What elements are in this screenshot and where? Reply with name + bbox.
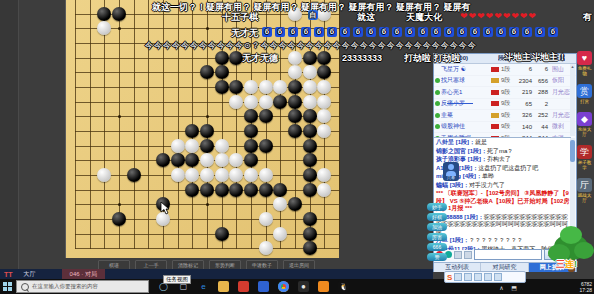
sogou-input-toolbar[interactable]: S xyxy=(444,271,526,283)
grid-line-v xyxy=(280,0,281,249)
white-stone-15-18[interactable] xyxy=(273,227,287,241)
black-stone-11-18[interactable] xyxy=(215,227,229,241)
grid-line-v xyxy=(148,0,149,249)
danmaku-text: 23333333 xyxy=(342,53,382,63)
blue-emote-icon: б xyxy=(457,27,467,37)
watch-only-button[interactable]: 只看 xyxy=(443,162,459,181)
white-stone-13-14[interactable] xyxy=(244,168,258,182)
chat-message: *** 〔联赛冠军〕-【102号房间】 ③凤凰静静了【9段】 VS ⑤狆乙老狼A… xyxy=(436,190,570,213)
black-stone-17-19[interactable] xyxy=(303,241,317,255)
black-stone-17-14[interactable] xyxy=(303,168,317,182)
app-dark-icon[interactable]: ● xyxy=(298,281,309,292)
font-icon[interactable] xyxy=(464,251,472,259)
black-stone-15-9[interactable] xyxy=(273,95,287,109)
white-stone-11-13[interactable] xyxy=(215,153,229,167)
grid-line-v xyxy=(75,0,76,249)
app-blue-icon[interactable] xyxy=(258,281,269,292)
grid-line-h xyxy=(75,43,339,44)
black-stone-16-9[interactable] xyxy=(288,95,302,109)
user-list-header: 用户名(200) 段位 胜 负 所属 xyxy=(434,54,576,64)
black-stone-13-15[interactable] xyxy=(244,183,258,197)
col-club: 所属 xyxy=(553,54,565,63)
chat-message: 蝙蝠 [3段]：对手没力气了 xyxy=(436,182,570,190)
black-stone-17-13[interactable] xyxy=(303,153,317,167)
white-stone-11-12[interactable] xyxy=(215,139,229,153)
chat-input[interactable] xyxy=(474,249,542,260)
danmaku-text: 天魔大化 xyxy=(406,11,442,24)
grid-line-v xyxy=(134,0,135,249)
white-stone-3-4[interactable] xyxy=(97,21,111,35)
star-point xyxy=(294,27,297,30)
white-stone-14-8[interactable] xyxy=(259,80,273,94)
screen: 就这一切？！疑屏有用？ 疑屏有用？ 疑屏有用？ 疑屏有用？ 疑屏有用？ 疑屏有十… xyxy=(0,0,594,294)
blue-emote-icon: б xyxy=(496,27,506,37)
hearts-danmaku: ❤❤❤❤❤❤❤❤❤ xyxy=(460,11,537,21)
black-stone-12-15[interactable] xyxy=(229,183,243,197)
chat-message: 锦影之国官 [1段]：死了ma？ xyxy=(436,148,570,156)
blue-emote-icon: б xyxy=(353,27,363,37)
blue-emote-icon: б xyxy=(522,27,532,37)
grid-line-v xyxy=(339,0,340,249)
qq-icon[interactable]: 🐧 xyxy=(338,281,349,292)
star-point xyxy=(118,27,121,30)
white-stone-16-7[interactable] xyxy=(288,65,302,79)
tray-time: 17:28 xyxy=(579,287,592,293)
black-stone-16-16[interactable] xyxy=(288,197,302,211)
tree-overlay xyxy=(546,220,594,280)
grid-line-v xyxy=(222,0,223,249)
task-view-tooltip: 任务视图 xyxy=(163,275,191,284)
tab-session[interactable]: 046 · 对局 xyxy=(62,269,105,279)
black-stone-17-10[interactable] xyxy=(303,109,317,123)
black-stone-16-11[interactable] xyxy=(288,124,302,138)
danmaku-text: 有 xyxy=(583,11,592,24)
white-stone-12-9[interactable] xyxy=(229,95,243,109)
danmaku-text: 就这 xyxy=(357,11,375,24)
edge-icon[interactable]: e xyxy=(198,281,209,292)
chrome-icon[interactable] xyxy=(278,281,289,292)
search-icon xyxy=(21,283,29,291)
blue-emote-icon: б xyxy=(470,27,480,37)
white-stone-8-14[interactable] xyxy=(171,168,185,182)
white-stone-9-12[interactable] xyxy=(185,139,199,153)
black-stone-15-15[interactable] xyxy=(273,183,287,197)
white-stone-15-16[interactable] xyxy=(273,197,287,211)
col-lose: 负 xyxy=(532,54,548,63)
tray-icons[interactable]: ∧ ⬒ xyxy=(499,284,520,291)
black-stone-11-7[interactable] xyxy=(215,65,229,79)
black-stone-10-15[interactable] xyxy=(200,183,214,197)
grid-line-v xyxy=(178,0,179,249)
tt-logo: TT xyxy=(4,271,13,278)
black-stone-17-11[interactable] xyxy=(303,124,317,138)
white-stone-18-8[interactable] xyxy=(317,80,331,94)
black-stone-13-12[interactable] xyxy=(244,139,258,153)
black-stone-17-15[interactable] xyxy=(303,183,317,197)
tab-hall[interactable]: 大厅 xyxy=(16,269,44,279)
col-username: 用户名(200) xyxy=(434,54,498,63)
black-stone-17-17[interactable] xyxy=(303,212,317,226)
white-stone-10-14[interactable] xyxy=(200,168,214,182)
black-stone-4-17[interactable] xyxy=(112,212,126,226)
white-stone-17-7[interactable] xyxy=(303,65,317,79)
white-stone-11-14[interactable] xyxy=(215,168,229,182)
blue-emote-icon: б xyxy=(392,27,402,37)
quick-pill[interactable]: 好棋 xyxy=(427,213,447,221)
white-stone-13-8[interactable] xyxy=(244,80,258,94)
star-point xyxy=(118,203,121,206)
quick-pill[interactable]: 妙手 xyxy=(427,203,447,211)
black-stone-18-7[interactable] xyxy=(317,65,331,79)
grid-line-v xyxy=(90,0,91,249)
blue-emote-icon: б xyxy=(483,27,493,37)
user-list: 飞星万 ☯1段66围山找只塞球9段2304656仮阳养心亮19段219288月光… xyxy=(434,64,576,145)
white-stone-16-6[interactable] xyxy=(288,51,302,65)
sidebar-弟子教学[interactable]: 学弟子教学 xyxy=(576,145,593,170)
black-stone-12-8[interactable] xyxy=(229,80,243,94)
sogou-icon: S xyxy=(447,273,452,282)
black-stone-17-18[interactable] xyxy=(303,227,317,241)
white-stone-18-3[interactable] xyxy=(317,7,331,21)
black-stone-18-6[interactable] xyxy=(317,51,331,65)
user-row[interactable]: 养心亮19段219288月光恋 xyxy=(434,87,576,99)
white-stone-14-19[interactable] xyxy=(259,241,273,255)
white-stone-14-9[interactable] xyxy=(259,95,273,109)
black-stone-9-11[interactable] xyxy=(185,124,199,138)
user-row[interactable]: 反痛小罗9段652落霞孤鹜 xyxy=(434,99,576,111)
start-button[interactable] xyxy=(0,279,15,294)
white-stone-10-13[interactable] xyxy=(200,153,214,167)
star-point xyxy=(206,115,209,118)
black-stone-10-11[interactable] xyxy=(200,124,214,138)
blue-emote-icon: б xyxy=(509,27,519,37)
white-stone-18-15[interactable] xyxy=(317,183,331,197)
search-placeholder: 在这里输入你要搜索的内容 xyxy=(32,283,98,290)
black-stone-12-6[interactable] xyxy=(229,51,243,65)
blue-emote-icon: б xyxy=(405,27,415,37)
sidebar-打赏[interactable]: 赏打赏 xyxy=(576,84,593,104)
black-stone-11-6[interactable] xyxy=(215,51,229,65)
taskbar-search[interactable]: 在这里输入你要搜索的内容 xyxy=(16,280,149,293)
go-board-window[interactable] xyxy=(65,0,339,258)
clock[interactable]: 6782 17:28 xyxy=(579,281,592,293)
black-stone-10-7[interactable] xyxy=(200,65,214,79)
black-stone-17-12[interactable] xyxy=(303,139,317,153)
app-orange-icon[interactable] xyxy=(318,281,329,292)
user-row[interactable]: 找只塞球9段2304656仮阳 xyxy=(434,76,576,88)
black-stone-13-13[interactable] xyxy=(244,153,258,167)
folder-icon[interactable] xyxy=(218,281,229,292)
white-stone-13-9[interactable] xyxy=(244,95,258,109)
blue-emote-icon: б xyxy=(431,27,441,37)
star-point xyxy=(206,27,209,30)
blue-emote-icon: б xyxy=(418,27,428,37)
grid-line-v xyxy=(104,0,105,249)
black-stone-7-13[interactable] xyxy=(156,153,170,167)
sidebar-icon: ♥ xyxy=(577,51,592,65)
white-stone-14-14[interactable] xyxy=(259,168,273,182)
col-dan: 段位 xyxy=(498,54,514,63)
blue-emote-icon: б xyxy=(444,27,454,37)
white-stone-12-13[interactable] xyxy=(229,153,243,167)
sidebar-icon: 厅 xyxy=(577,178,592,192)
white-stone-8-12[interactable] xyxy=(171,139,185,153)
white-stone-17-9[interactable] xyxy=(303,95,317,109)
sound-icon[interactable] xyxy=(454,251,462,259)
white-stone-12-14[interactable] xyxy=(229,168,243,182)
grid-line-h xyxy=(75,234,339,235)
user-row[interactable]: 韭菜9段326252月光恋 xyxy=(434,110,576,122)
black-stone-16-8[interactable] xyxy=(288,80,302,94)
person-icon xyxy=(448,164,454,170)
black-stone-16-10[interactable] xyxy=(288,109,302,123)
user-row[interactable]: 飞星万 ☯1段66围山 xyxy=(434,64,576,76)
tt-client-bar: TT 大厅 046 · 对局 xyxy=(0,269,433,279)
black-stone-3-3[interactable] xyxy=(97,7,111,21)
blue-emote-icon: б xyxy=(366,27,376,37)
black-stone-9-13[interactable] xyxy=(185,153,199,167)
quick-pill[interactable]: 厉害 xyxy=(427,233,447,241)
app-red-icon[interactable] xyxy=(238,281,249,292)
sidebar-充值大厅[interactable]: ◆充值大厅 xyxy=(576,112,593,137)
black-stone-10-12[interactable] xyxy=(200,139,214,153)
sidebar-观战大厅[interactable]: 厅观战大厅 xyxy=(576,178,593,203)
white-stone-18-9[interactable] xyxy=(317,95,331,109)
quick-pill[interactable]: 赞 xyxy=(427,253,447,261)
black-stone-8-13[interactable] xyxy=(171,153,185,167)
star-point xyxy=(206,203,209,206)
blue-emote-icon: б xyxy=(548,27,558,37)
black-stone-9-15[interactable] xyxy=(185,183,199,197)
quick-pill[interactable]: 666 xyxy=(427,243,447,251)
black-stone-14-12[interactable] xyxy=(259,139,273,153)
white-stone-16-3[interactable] xyxy=(288,7,302,21)
user-row[interactable]: 锻股神佳9段14044微剥 xyxy=(434,122,576,134)
black-stone-14-10[interactable] xyxy=(259,109,273,123)
grid-line-v xyxy=(236,0,237,249)
white-stone-18-11[interactable] xyxy=(317,124,331,138)
white-stone-18-10[interactable] xyxy=(317,109,331,123)
sidebar-icon: 赏 xyxy=(577,84,592,98)
white-stone-17-8[interactable] xyxy=(303,80,317,94)
desktop-strip xyxy=(0,0,19,269)
col-win: 胜 xyxy=(514,54,532,63)
go-control-buttons: 棋谱上一手清除标记形势判断申请数子退出房间 xyxy=(98,260,315,268)
white-stone-3-14[interactable] xyxy=(97,168,111,182)
sidebar-icon: 学 xyxy=(577,145,592,159)
grid-line-h xyxy=(75,248,339,249)
white-stone-9-14[interactable] xyxy=(185,168,199,182)
blue-emote-icon: б xyxy=(379,27,389,37)
star-point xyxy=(118,115,121,118)
blue-emote-icon: б xyxy=(535,27,545,37)
white-stone-15-8[interactable] xyxy=(273,80,287,94)
sidebar-免费礼物[interactable]: ♥免费礼物 xyxy=(576,51,593,76)
white-stone-14-17[interactable] xyxy=(259,212,273,226)
mouse-cursor xyxy=(160,201,170,215)
black-stone-13-11[interactable] xyxy=(244,124,258,138)
black-stone-14-15[interactable] xyxy=(259,183,273,197)
chat-message: 八卦呈 [1段]：就是 xyxy=(436,139,570,147)
black-stone-13-10[interactable] xyxy=(244,109,258,123)
black-stone-5-14[interactable] xyxy=(127,168,141,182)
black-stone-17-6[interactable] xyxy=(303,51,317,65)
black-stone-4-3[interactable] xyxy=(112,7,126,21)
sanlian-text: 三连! xyxy=(556,258,577,271)
black-stone-11-15[interactable] xyxy=(215,183,229,197)
black-stone-11-8[interactable] xyxy=(215,80,229,94)
blue-emote-icon: б xyxy=(340,27,350,37)
quick-pill[interactable]: 加油 xyxy=(427,223,447,231)
sidebar-icon: ◆ xyxy=(577,112,592,126)
white-stone-18-14[interactable] xyxy=(317,168,331,182)
